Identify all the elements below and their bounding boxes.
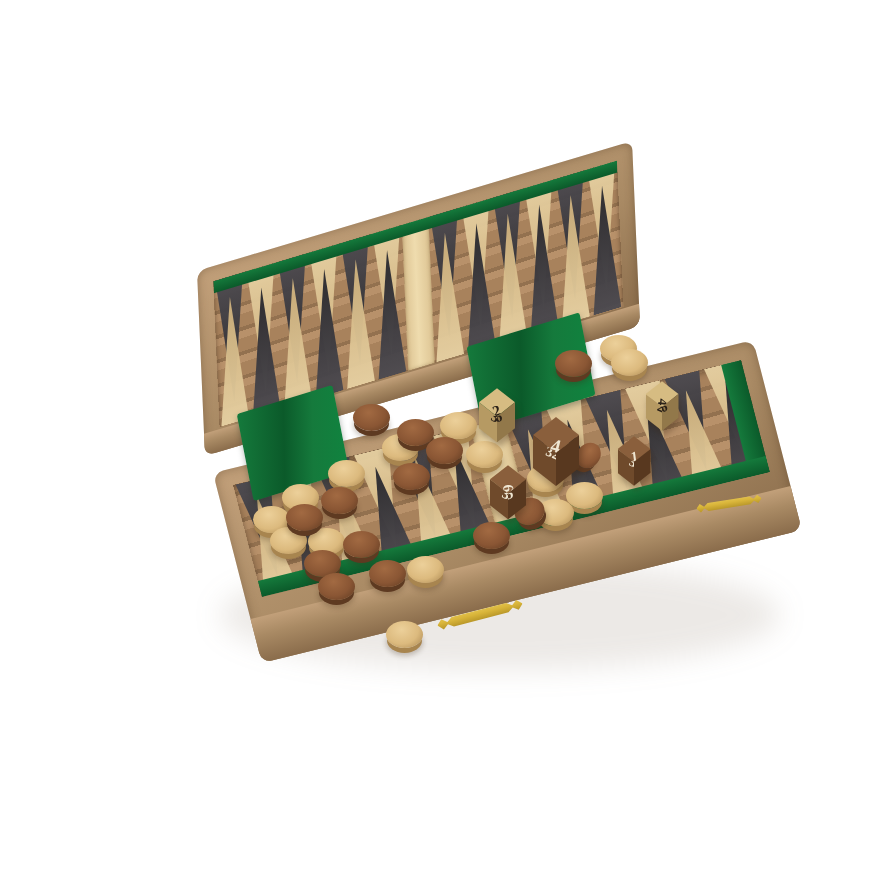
dark-checker-4 bbox=[426, 437, 463, 464]
light-checker-7 bbox=[270, 527, 307, 554]
light-checker-9 bbox=[440, 412, 477, 439]
light-checker-14 bbox=[407, 556, 444, 583]
die-5: 13 bbox=[618, 436, 651, 486]
dark-checker-2 bbox=[555, 350, 592, 377]
light-checker-15 bbox=[386, 621, 423, 648]
dark-checker-3 bbox=[397, 419, 434, 446]
brass-fitting-1 bbox=[435, 592, 526, 636]
die-4: 635 bbox=[490, 465, 526, 519]
doubling-cube-3: 432 bbox=[533, 417, 579, 486]
backgammon-case-photo: 23642643263513 bbox=[0, 0, 879, 879]
die-1: 236 bbox=[479, 388, 515, 442]
light-checker-10 bbox=[466, 441, 503, 468]
felt-strip-1 bbox=[237, 385, 350, 501]
dark-checker-10 bbox=[318, 573, 355, 600]
light-checker-4 bbox=[328, 460, 365, 487]
brass-fitting-2 bbox=[695, 489, 763, 518]
dark-checker-5 bbox=[393, 463, 430, 490]
light-checker-2 bbox=[611, 349, 648, 376]
dark-checker-1 bbox=[353, 404, 390, 431]
loose-pieces-layer: 23642643263513 bbox=[0, 0, 879, 879]
dark-checker-6 bbox=[321, 487, 358, 514]
dark-checker-8 bbox=[343, 531, 380, 558]
dark-checker-7 bbox=[286, 504, 323, 531]
dark-checker-14 bbox=[473, 522, 510, 549]
dark-checker-11 bbox=[369, 560, 406, 587]
die-2: 426 bbox=[646, 381, 679, 431]
